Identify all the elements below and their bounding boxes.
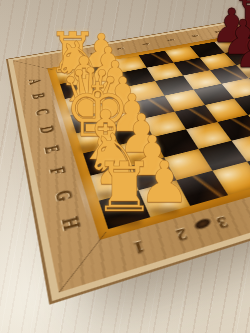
scene: 12345678 ABCDEFGH ABCDEFGH 12345678 ♜♞♝♛…: [0, 0, 250, 333]
